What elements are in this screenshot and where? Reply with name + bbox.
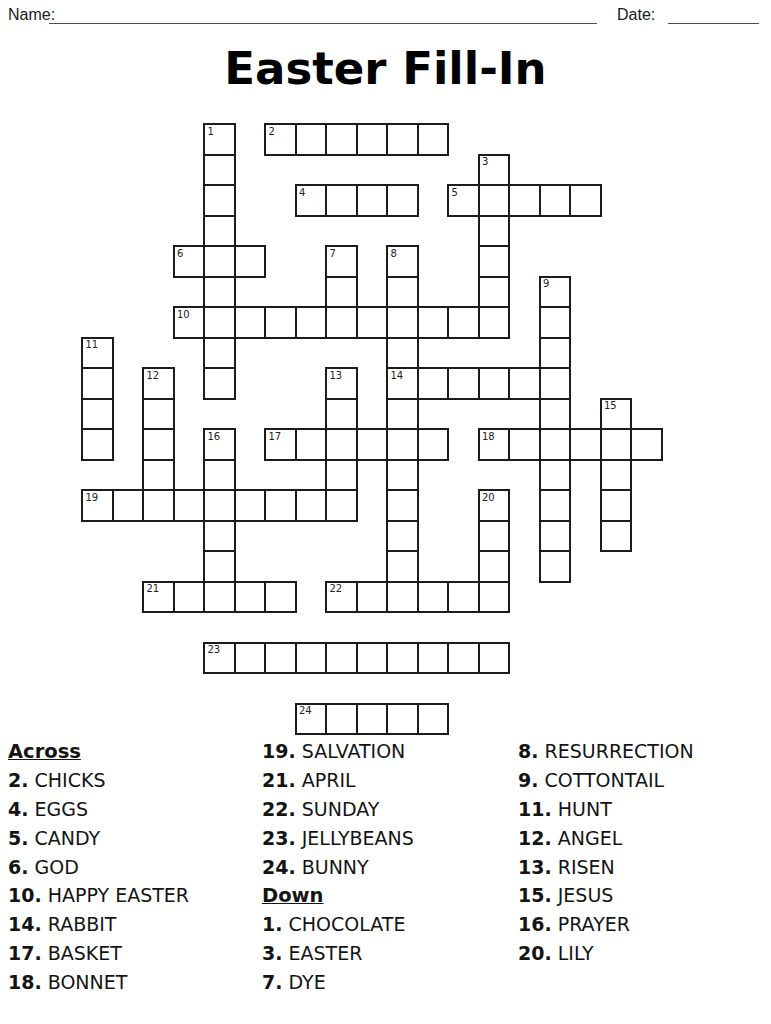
clue-answer: SUNDAY — [302, 798, 380, 820]
grid-cell-r14c13[interactable] — [478, 550, 511, 583]
grid-cell-r10c11[interactable] — [417, 428, 450, 461]
grid-cell-r0c7[interactable] — [295, 123, 328, 156]
clue-column-3: 8. RESURRECTION9. COTTONTAIL11. HUNT12. … — [518, 737, 694, 968]
grid-cell-r6c13[interactable] — [478, 306, 511, 339]
clue-down-7: 7. DYE — [262, 968, 414, 997]
clue-answer: SALVATION — [302, 740, 406, 762]
grid-cell-r15c8[interactable]: 22 — [325, 581, 358, 614]
grid-cell-r6c9[interactable] — [356, 306, 389, 339]
grid-cell-r19c10[interactable] — [386, 703, 419, 736]
cell-number-7: 7 — [330, 248, 336, 259]
clue-answer: CANDY — [35, 827, 101, 849]
grid-cell-r0c10[interactable] — [386, 123, 419, 156]
grid-cell-r12c10[interactable] — [386, 489, 419, 522]
cell-number-14: 14 — [391, 370, 404, 381]
cell-number-20: 20 — [482, 492, 495, 503]
grid-cell-r0c9[interactable] — [356, 123, 389, 156]
grid-cell-r2c10[interactable] — [386, 184, 419, 217]
clue-across-10: 10. HAPPY EASTER — [8, 881, 189, 910]
clue-down-16: 16. PRAYER — [518, 910, 694, 939]
clue-across-4: 4. EGGS — [8, 795, 189, 824]
grid-cell-r15c4[interactable] — [203, 581, 236, 614]
grid-cell-r6c7[interactable] — [295, 306, 328, 339]
grid-cell-r12c15[interactable] — [539, 489, 572, 522]
across-header-label: Across — [8, 740, 81, 763]
grid-cell-r10c7[interactable] — [295, 428, 328, 461]
grid-cell-r10c16[interactable] — [569, 428, 602, 461]
grid-cell-r8c14[interactable] — [508, 367, 541, 400]
clue-number: 7. — [262, 971, 282, 993]
clue-down-12: 12. ANGEL — [518, 824, 694, 853]
clue-number: 4. — [8, 798, 28, 820]
grid-cell-r0c6[interactable]: 2 — [264, 123, 297, 156]
grid-cell-r13c10[interactable] — [386, 520, 419, 553]
clue-answer: DYE — [289, 971, 326, 993]
grid-cell-r5c4[interactable] — [203, 276, 236, 309]
grid-cell-r9c8[interactable] — [325, 398, 358, 431]
cell-number-1: 1 — [208, 126, 214, 137]
clue-number: 6. — [8, 856, 28, 878]
grid-cell-r17c13[interactable] — [478, 642, 511, 675]
worksheet-page: Name: Date: Easter Fill-In 1234567891011… — [0, 0, 771, 1024]
grid-cell-r12c6[interactable] — [264, 489, 297, 522]
grid-cell-r13c13[interactable] — [478, 520, 511, 553]
clue-answer: LILY — [558, 942, 594, 964]
grid-cell-r19c8[interactable] — [325, 703, 358, 736]
grid-cell-r10c18[interactable] — [630, 428, 663, 461]
clue-answer: APRIL — [302, 769, 356, 791]
grid-cell-r6c6[interactable] — [264, 306, 297, 339]
grid-cell-r14c10[interactable] — [386, 550, 419, 583]
grid-cell-r10c2[interactable] — [142, 428, 175, 461]
clue-answer: JESUS — [558, 884, 614, 906]
grid-cell-r11c17[interactable] — [600, 459, 633, 492]
grid-cell-r8c2[interactable]: 12 — [142, 367, 175, 400]
clue-answer: RESURRECTION — [545, 740, 694, 762]
clue-number: 10. — [8, 884, 42, 906]
clue-answer: COTTONTAIL — [545, 769, 665, 791]
grid-cell-r2c9[interactable] — [356, 184, 389, 217]
grid-cell-r4c4[interactable] — [203, 245, 236, 278]
clue-number: 2. — [8, 769, 28, 791]
cell-number-18: 18 — [482, 431, 495, 442]
date-blank-line[interactable] — [668, 23, 759, 24]
clue-number: 17. — [8, 942, 42, 964]
clue-column-1: Across2. CHICKS4. EGGS5. CANDY6. GOD10. … — [8, 737, 189, 997]
grid-cell-r8c15[interactable] — [539, 367, 572, 400]
grid-cell-r9c10[interactable] — [386, 398, 419, 431]
grid-cell-r12c1[interactable] — [112, 489, 145, 522]
clue-across-21: 21. APRIL — [262, 766, 414, 795]
grid-cell-r10c10[interactable] — [386, 428, 419, 461]
clue-number: 8. — [518, 740, 538, 762]
grid-cell-r12c13[interactable]: 20 — [478, 489, 511, 522]
grid-cell-r15c11[interactable] — [417, 581, 450, 614]
clue-answer: EASTER — [289, 942, 363, 964]
grid-cell-r2c8[interactable] — [325, 184, 358, 217]
grid-cell-r9c15[interactable] — [539, 398, 572, 431]
grid-cell-r10c15[interactable] — [539, 428, 572, 461]
clue-number: 24. — [262, 856, 296, 878]
clue-number: 22. — [262, 798, 296, 820]
grid-cell-r3c4[interactable] — [203, 215, 236, 248]
clue-across-24: 24. BUNNY — [262, 853, 414, 882]
grid-cell-r7c4[interactable] — [203, 337, 236, 370]
grid-cell-r6c12[interactable] — [447, 306, 480, 339]
grid-cell-r11c10[interactable] — [386, 459, 419, 492]
grid-cell-r11c8[interactable] — [325, 459, 358, 492]
clue-down-13: 13. RISEN — [518, 853, 694, 882]
grid-cell-r12c5[interactable] — [234, 489, 267, 522]
grid-cell-r0c8[interactable] — [325, 123, 358, 156]
cell-number-3: 3 — [482, 156, 488, 167]
cell-number-17: 17 — [269, 431, 282, 442]
clue-number: 3. — [262, 942, 282, 964]
page-title: Easter Fill-In — [0, 42, 771, 95]
across-header: Across — [8, 737, 189, 766]
grid-cell-r19c11[interactable] — [417, 703, 450, 736]
grid-cell-r2c13[interactable] — [478, 184, 511, 217]
grid-cell-r12c0[interactable]: 19 — [81, 489, 114, 522]
clue-number: 13. — [518, 856, 552, 878]
cell-number-19: 19 — [86, 492, 99, 503]
cell-number-2: 2 — [269, 126, 275, 137]
clue-column-2: 19. SALVATION21. APRIL22. SUNDAY23. JELL… — [262, 737, 414, 997]
grid-cell-r15c9[interactable] — [356, 581, 389, 614]
grid-cell-r2c7[interactable]: 4 — [295, 184, 328, 217]
grid-cell-r7c0[interactable]: 11 — [81, 337, 114, 370]
grid-cell-r10c4[interactable]: 16 — [203, 428, 236, 461]
clue-answer: PRAYER — [558, 913, 630, 935]
grid-cell-r15c2[interactable]: 21 — [142, 581, 175, 614]
cell-number-22: 22 — [330, 583, 343, 594]
date-label: Date: — [617, 6, 655, 24]
grid-cell-r8c4[interactable] — [203, 367, 236, 400]
cell-number-21: 21 — [147, 583, 160, 594]
grid-cell-r15c10[interactable] — [386, 581, 419, 614]
grid-cell-r12c2[interactable] — [142, 489, 175, 522]
grid-cell-r4c8[interactable]: 7 — [325, 245, 358, 278]
clue-across-2: 2. CHICKS — [8, 766, 189, 795]
clue-number: 12. — [518, 827, 552, 849]
clue-answer: BONNET — [48, 971, 128, 993]
cell-number-13: 13 — [330, 370, 343, 381]
grid-cell-r15c6[interactable] — [264, 581, 297, 614]
grid-cell-r8c13[interactable] — [478, 367, 511, 400]
grid-cell-r11c2[interactable] — [142, 459, 175, 492]
clue-number: 9. — [518, 769, 538, 791]
grid-cell-r7c15[interactable] — [539, 337, 572, 370]
clue-answer: EGGS — [35, 798, 89, 820]
clue-answer: HUNT — [558, 798, 612, 820]
cell-number-9: 9 — [543, 278, 549, 289]
cell-number-4: 4 — [299, 187, 305, 198]
clue-answer: HAPPY EASTER — [48, 884, 189, 906]
cell-number-12: 12 — [147, 370, 160, 381]
grid-cell-r10c9[interactable] — [356, 428, 389, 461]
clue-across-17: 17. BASKET — [8, 939, 189, 968]
clue-down-8: 8. RESURRECTION — [518, 737, 694, 766]
clue-across-5: 5. CANDY — [8, 824, 189, 853]
clue-across-22: 22. SUNDAY — [262, 795, 414, 824]
cell-number-10: 10 — [177, 309, 190, 320]
cell-number-5: 5 — [452, 187, 458, 198]
down-header-label: Down — [262, 884, 323, 907]
grid-cell-r17c5[interactable] — [234, 642, 267, 675]
grid-cell-r15c3[interactable] — [173, 581, 206, 614]
clue-number: 20. — [518, 942, 552, 964]
grid-cell-r6c11[interactable] — [417, 306, 450, 339]
grid-cell-r10c0[interactable] — [81, 428, 114, 461]
cell-number-23: 23 — [208, 644, 221, 655]
grid-cell-r2c14[interactable] — [508, 184, 541, 217]
grid-cell-r6c4[interactable] — [203, 306, 236, 339]
grid-cell-r10c6[interactable]: 17 — [264, 428, 297, 461]
grid-cell-r10c14[interactable] — [508, 428, 541, 461]
grid-cell-r8c10[interactable]: 14 — [386, 367, 419, 400]
clue-number: 21. — [262, 769, 296, 791]
clue-across-18: 18. BONNET — [8, 968, 189, 997]
cell-number-24: 24 — [299, 705, 312, 716]
clue-number: 14. — [8, 913, 42, 935]
clue-down-1: 1. CHOCOLATE — [262, 910, 414, 939]
down-header: Down — [262, 881, 414, 910]
grid-cell-r17c9[interactable] — [356, 642, 389, 675]
grid-cell-r8c11[interactable] — [417, 367, 450, 400]
grid-cell-r15c12[interactable] — [447, 581, 480, 614]
clue-number: 11. — [518, 798, 552, 820]
cell-number-6: 6 — [177, 248, 183, 259]
clue-across-14: 14. RABBIT — [8, 910, 189, 939]
grid-cell-r3c13[interactable] — [478, 215, 511, 248]
grid-cell-r10c13[interactable]: 18 — [478, 428, 511, 461]
grid-cell-r17c12[interactable] — [447, 642, 480, 675]
name-blank-line[interactable] — [49, 23, 597, 24]
grid-cell-r12c17[interactable] — [600, 489, 633, 522]
grid-cell-r17c8[interactable] — [325, 642, 358, 675]
grid-cell-r0c4[interactable]: 1 — [203, 123, 236, 156]
grid-cell-r0c11[interactable] — [417, 123, 450, 156]
clue-number: 19. — [262, 740, 296, 762]
grid-cell-r12c4[interactable] — [203, 489, 236, 522]
name-label: Name: — [8, 6, 55, 24]
clue-number: 5. — [8, 827, 28, 849]
clue-answer: CHICKS — [35, 769, 106, 791]
grid-cell-r14c4[interactable] — [203, 550, 236, 583]
grid-cell-r5c10[interactable] — [386, 276, 419, 309]
grid-cell-r4c10[interactable]: 8 — [386, 245, 419, 278]
clue-down-9: 9. COTTONTAIL — [518, 766, 694, 795]
grid-cell-r17c10[interactable] — [386, 642, 419, 675]
grid-cell-r2c12[interactable]: 5 — [447, 184, 480, 217]
clue-answer: JELLYBEANS — [302, 827, 414, 849]
grid-cell-r9c17[interactable]: 15 — [600, 398, 633, 431]
grid-cell-r5c13[interactable] — [478, 276, 511, 309]
grid-cell-r17c11[interactable] — [417, 642, 450, 675]
grid-cell-r1c4[interactable] — [203, 154, 236, 187]
grid-cell-r15c5[interactable] — [234, 581, 267, 614]
grid-cell-r7c10[interactable] — [386, 337, 419, 370]
grid-cell-r12c3[interactable] — [173, 489, 206, 522]
grid-cell-r8c8[interactable]: 13 — [325, 367, 358, 400]
grid-cell-r11c15[interactable] — [539, 459, 572, 492]
clue-answer: BUNNY — [302, 856, 369, 878]
clue-answer: RABBIT — [48, 913, 117, 935]
clue-across-23: 23. JELLYBEANS — [262, 824, 414, 853]
cell-number-11: 11 — [86, 339, 99, 350]
grid-cell-r19c7[interactable]: 24 — [295, 703, 328, 736]
cell-number-15: 15 — [604, 400, 617, 411]
grid-cell-r9c2[interactable] — [142, 398, 175, 431]
clue-answer: CHOCOLATE — [289, 913, 406, 935]
grid-cell-r5c8[interactable] — [325, 276, 358, 309]
clue-number: 15. — [518, 884, 552, 906]
clue-number: 16. — [518, 913, 552, 935]
grid-cell-r9c0[interactable] — [81, 398, 114, 431]
clue-number: 18. — [8, 971, 42, 993]
grid-cell-r4c5[interactable] — [234, 245, 267, 278]
grid-cell-r12c7[interactable] — [295, 489, 328, 522]
grid-cell-r2c15[interactable] — [539, 184, 572, 217]
clue-number: 1. — [262, 913, 282, 935]
grid-cell-r5c15[interactable]: 9 — [539, 276, 572, 309]
clue-answer: RISEN — [558, 856, 615, 878]
grid-cell-r13c4[interactable] — [203, 520, 236, 553]
clue-down-20: 20. LILY — [518, 939, 694, 968]
grid-cell-r1c13[interactable]: 3 — [478, 154, 511, 187]
grid-cell-r6c10[interactable] — [386, 306, 419, 339]
clue-down-11: 11. HUNT — [518, 795, 694, 824]
grid-cell-r4c3[interactable]: 6 — [173, 245, 206, 278]
clue-answer: ANGEL — [558, 827, 623, 849]
clue-down-3: 3. EASTER — [262, 939, 414, 968]
grid-cell-r10c17[interactable] — [600, 428, 633, 461]
grid-cell-r15c13[interactable] — [478, 581, 511, 614]
grid-cell-r2c4[interactable] — [203, 184, 236, 217]
grid-cell-r17c4[interactable]: 23 — [203, 642, 236, 675]
grid-cell-r19c9[interactable] — [356, 703, 389, 736]
grid-cell-r8c12[interactable] — [447, 367, 480, 400]
grid-cell-r8c0[interactable] — [81, 367, 114, 400]
grid-cell-r13c15[interactable] — [539, 520, 572, 553]
grid-cell-r13c17[interactable] — [600, 520, 633, 553]
grid-cell-r6c5[interactable] — [234, 306, 267, 339]
grid-cell-r17c6[interactable] — [264, 642, 297, 675]
clue-across-19: 19. SALVATION — [262, 737, 414, 766]
clue-number: 23. — [262, 827, 296, 849]
grid-cell-r14c15[interactable] — [539, 550, 572, 583]
grid-cell-r12c8[interactable] — [325, 489, 358, 522]
grid-cell-r6c3[interactable]: 10 — [173, 306, 206, 339]
clue-answer: GOD — [35, 856, 79, 878]
grid-cell-r11c4[interactable] — [203, 459, 236, 492]
grid-cell-r6c15[interactable] — [539, 306, 572, 339]
clue-answer: BASKET — [48, 942, 122, 964]
clue-across-6: 6. GOD — [8, 853, 189, 882]
cell-number-16: 16 — [208, 431, 221, 442]
cell-number-8: 8 — [391, 248, 397, 259]
grid-cell-r4c13[interactable] — [478, 245, 511, 278]
grid-cell-r17c7[interactable] — [295, 642, 328, 675]
grid-cell-r6c8[interactable] — [325, 306, 358, 339]
grid-cell-r10c8[interactable] — [325, 428, 358, 461]
clue-down-15: 15. JESUS — [518, 881, 694, 910]
grid-cell-r2c16[interactable] — [569, 184, 602, 217]
